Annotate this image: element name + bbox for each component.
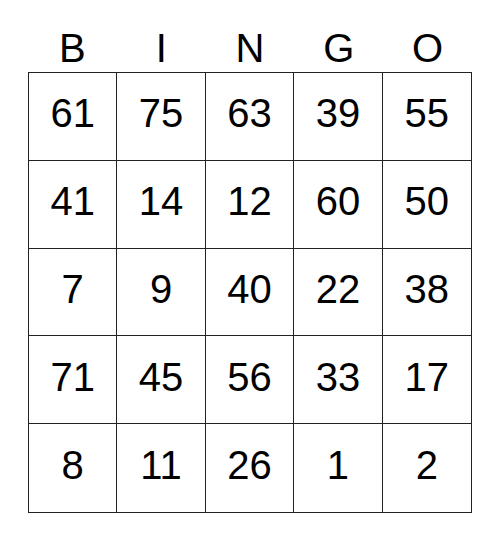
bingo-header: B I N G O — [28, 0, 472, 72]
header-letter-n: N — [206, 0, 295, 72]
cell-number: 45 — [139, 357, 184, 397]
cell-number: 17 — [405, 357, 450, 397]
bingo-cell: 56 — [206, 336, 294, 424]
cell-number: 14 — [139, 181, 184, 221]
cell-number: 55 — [405, 93, 450, 133]
cell-number: 26 — [227, 445, 272, 485]
bingo-cell: 17 — [383, 336, 471, 424]
bingo-cell: 60 — [294, 161, 382, 249]
cell-number: 56 — [227, 357, 272, 397]
bingo-cell: 2 — [383, 424, 471, 512]
bingo-cell: 39 — [294, 73, 382, 161]
header-letter-i: I — [117, 0, 206, 72]
bingo-cell: 8 — [29, 424, 117, 512]
bingo-grid: 61 75 63 39 55 41 14 12 60 50 7 9 40 22 … — [28, 72, 472, 513]
cell-number: 8 — [62, 445, 84, 485]
cell-number: 12 — [227, 181, 272, 221]
bingo-cell: 33 — [294, 336, 382, 424]
bingo-cell: 9 — [117, 249, 205, 337]
cell-number: 60 — [316, 181, 361, 221]
bingo-cell: 12 — [206, 161, 294, 249]
bingo-card: B I N G O 61 75 63 39 55 41 14 12 60 50 … — [0, 0, 500, 544]
cell-number: 41 — [50, 181, 95, 221]
cell-number: 71 — [50, 357, 95, 397]
cell-number: 40 — [227, 269, 272, 309]
cell-number: 1 — [327, 445, 349, 485]
cell-number: 33 — [316, 357, 361, 397]
cell-number: 7 — [62, 269, 84, 309]
bingo-cell: 71 — [29, 336, 117, 424]
bingo-cell: 63 — [206, 73, 294, 161]
cell-number: 22 — [316, 269, 361, 309]
bingo-cell: 40 — [206, 249, 294, 337]
cell-number: 75 — [139, 93, 184, 133]
cell-number: 9 — [150, 269, 172, 309]
bingo-cell: 22 — [294, 249, 382, 337]
bingo-cell: 14 — [117, 161, 205, 249]
bingo-cell: 38 — [383, 249, 471, 337]
cell-number: 63 — [227, 93, 272, 133]
bingo-cell: 75 — [117, 73, 205, 161]
bingo-cell: 45 — [117, 336, 205, 424]
bingo-cell: 41 — [29, 161, 117, 249]
bingo-cell: 7 — [29, 249, 117, 337]
bingo-cell: 1 — [294, 424, 382, 512]
bingo-cell: 61 — [29, 73, 117, 161]
bingo-cell: 26 — [206, 424, 294, 512]
cell-number: 50 — [405, 181, 450, 221]
cell-number: 38 — [405, 269, 450, 309]
bingo-cell: 50 — [383, 161, 471, 249]
header-letter-b: B — [28, 0, 117, 72]
cell-number: 2 — [416, 445, 438, 485]
bingo-cell: 11 — [117, 424, 205, 512]
cell-number: 11 — [140, 445, 182, 485]
header-letter-g: G — [294, 0, 383, 72]
cell-number: 61 — [50, 93, 95, 133]
bingo-cell: 55 — [383, 73, 471, 161]
cell-number: 39 — [316, 93, 361, 133]
header-letter-o: O — [383, 0, 472, 72]
